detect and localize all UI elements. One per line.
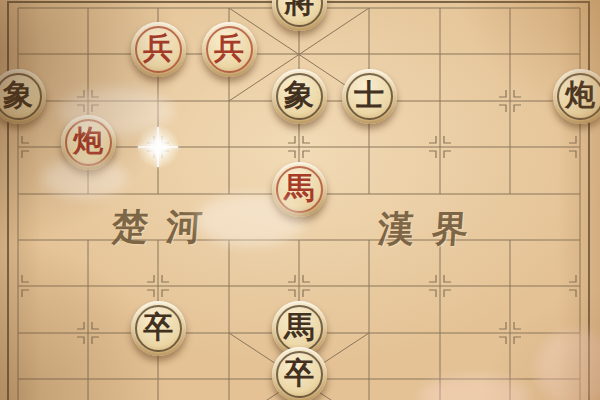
- piece-glyph: 兵: [143, 33, 173, 63]
- piece-glyph: 卒: [143, 312, 173, 342]
- piece-glyph: 象: [284, 80, 314, 110]
- piece-red-pawn-c2[interactable]: 兵: [131, 22, 186, 77]
- piece-glyph: 炮: [73, 126, 103, 156]
- piece-red-cannon-b4[interactable]: 炮: [61, 115, 116, 170]
- river-label-chu-he: 楚河: [110, 203, 221, 252]
- piece-black-pawn-e9[interactable]: 卒: [272, 347, 327, 400]
- piece-black-elephant-e3[interactable]: 象: [272, 69, 327, 124]
- piece-black-cannon-i3[interactable]: 炮: [553, 69, 600, 124]
- piece-glyph: 馬: [284, 312, 314, 342]
- river-label-han-jie: 漢界: [376, 205, 487, 254]
- piece-glyph: 將: [284, 0, 314, 17]
- piece-black-pawn-c8[interactable]: 卒: [131, 301, 186, 356]
- piece-glyph: 炮: [565, 80, 595, 110]
- piece-glyph: 士: [354, 80, 384, 110]
- piece-glyph: 兵: [214, 33, 244, 63]
- piece-glyph: 象: [3, 80, 33, 110]
- piece-red-pawn-d2[interactable]: 兵: [202, 22, 257, 77]
- piece-glyph: 卒: [284, 358, 314, 388]
- piece-black-advisor-f3[interactable]: 士: [342, 69, 397, 124]
- piece-red-horse-e5[interactable]: 馬: [272, 162, 327, 217]
- xiangqi-app-screenshot: 楚河 漢界 將兵兵象象士炮炮馬卒馬卒: [0, 0, 600, 400]
- piece-glyph: 馬: [284, 173, 314, 203]
